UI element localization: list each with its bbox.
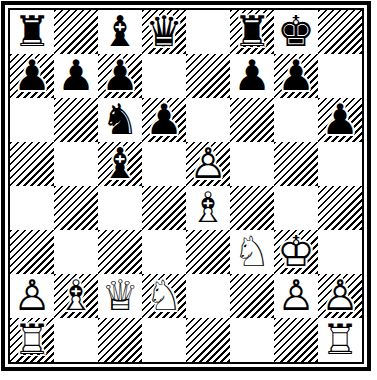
square-f1[interactable] [230,318,274,362]
white-piece-outline-glyph: ♖ [10,318,54,362]
square-b6[interactable] [54,98,98,142]
square-e2[interactable] [186,274,230,318]
white-knight-d2[interactable]: ♞♘ [142,274,186,318]
black-piece-glyph: ♝ [98,142,142,186]
white-queen-c2[interactable]: ♛♕ [98,274,142,318]
square-d8[interactable]: ♛ [142,10,186,54]
square-a8[interactable]: ♜ [10,10,54,54]
black-pawn-h6[interactable]: ♟ [318,98,362,142]
square-h1[interactable]: ♜♖ [318,318,362,362]
square-f4[interactable] [230,186,274,230]
square-e3[interactable] [186,230,230,274]
square-b4[interactable] [54,186,98,230]
square-a7[interactable]: ♟ [10,54,54,98]
black-piece-glyph: ♜ [10,10,54,54]
square-h5[interactable] [318,142,362,186]
white-piece-outline-glyph: ♗ [54,274,98,318]
square-a4[interactable] [10,186,54,230]
black-pawn-f7[interactable]: ♟ [230,54,274,98]
black-piece-glyph: ♛ [142,10,186,54]
board-inner-border: ♜♝♛♜♚♟♟♟♟♟♞♟♟♝♟♙♝♗♞♘♚♔♟♙♝♗♛♕♞♘♟♙♟♙♜♖♜♖ [8,8,364,364]
white-king-g3[interactable]: ♚♔ [274,230,318,274]
white-piece-outline-glyph: ♗ [186,186,230,230]
square-c3[interactable] [98,230,142,274]
square-e8[interactable] [186,10,230,54]
black-piece-glyph: ♟ [54,54,98,98]
square-b3[interactable] [54,230,98,274]
square-c2[interactable]: ♛♕ [98,274,142,318]
white-pawn-e5[interactable]: ♟♙ [186,142,230,186]
chess-diagram: ♜♝♛♜♚♟♟♟♟♟♞♟♟♝♟♙♝♗♞♘♚♔♟♙♝♗♛♕♞♘♟♙♟♙♜♖♜♖ [1,1,371,371]
white-piece-outline-glyph: ♙ [274,274,318,318]
square-f2[interactable] [230,274,274,318]
square-d4[interactable] [142,186,186,230]
square-d1[interactable] [142,318,186,362]
black-knight-c6[interactable]: ♞ [98,98,142,142]
square-b1[interactable] [54,318,98,362]
square-c6[interactable]: ♞ [98,98,142,142]
square-c4[interactable] [98,186,142,230]
black-pawn-b7[interactable]: ♟ [54,54,98,98]
black-piece-glyph: ♟ [10,54,54,98]
white-piece-outline-glyph: ♙ [186,142,230,186]
white-bishop-b2[interactable]: ♝♗ [54,274,98,318]
black-pawn-a7[interactable]: ♟ [10,54,54,98]
square-d2[interactable]: ♞♘ [142,274,186,318]
white-piece-outline-glyph: ♙ [10,274,54,318]
black-piece-glyph: ♝ [98,10,142,54]
square-g7[interactable]: ♟ [274,54,318,98]
chess-board: ♜♝♛♜♚♟♟♟♟♟♞♟♟♝♟♙♝♗♞♘♚♔♟♙♝♗♛♕♞♘♟♙♟♙♜♖♜♖ [10,10,362,362]
board-frame: ♜♝♛♜♚♟♟♟♟♟♞♟♟♝♟♙♝♗♞♘♚♔♟♙♝♗♛♕♞♘♟♙♟♙♜♖♜♖ [1,1,371,371]
square-c5[interactable]: ♝ [98,142,142,186]
square-h6[interactable]: ♟ [318,98,362,142]
white-pawn-g2[interactable]: ♟♙ [274,274,318,318]
white-rook-h1[interactable]: ♜♖ [318,318,362,362]
square-e1[interactable] [186,318,230,362]
square-d3[interactable] [142,230,186,274]
square-c7[interactable]: ♟ [98,54,142,98]
square-f5[interactable] [230,142,274,186]
black-piece-glyph: ♟ [98,54,142,98]
black-queen-d8[interactable]: ♛ [142,10,186,54]
white-piece-outline-glyph: ♙ [318,274,362,318]
square-h2[interactable]: ♟♙ [318,274,362,318]
black-piece-glyph: ♟ [142,98,186,142]
square-b8[interactable] [54,10,98,54]
square-a1[interactable]: ♜♖ [10,318,54,362]
square-d5[interactable] [142,142,186,186]
black-pawn-d6[interactable]: ♟ [142,98,186,142]
square-g1[interactable] [274,318,318,362]
black-bishop-c8[interactable]: ♝ [98,10,142,54]
square-e6[interactable] [186,98,230,142]
black-piece-glyph: ♚ [274,10,318,54]
square-a5[interactable] [10,142,54,186]
square-f3[interactable]: ♞♘ [230,230,274,274]
square-d6[interactable]: ♟ [142,98,186,142]
square-g2[interactable]: ♟♙ [274,274,318,318]
square-g8[interactable]: ♚ [274,10,318,54]
square-g6[interactable] [274,98,318,142]
square-g4[interactable] [274,186,318,230]
square-f6[interactable] [230,98,274,142]
square-g3[interactable]: ♚♔ [274,230,318,274]
white-piece-outline-glyph: ♖ [318,318,362,362]
black-pawn-c7[interactable]: ♟ [98,54,142,98]
square-c8[interactable]: ♝ [98,10,142,54]
square-d7[interactable] [142,54,186,98]
black-piece-glyph: ♜ [230,10,274,54]
square-h3[interactable] [318,230,362,274]
black-piece-glyph: ♟ [274,54,318,98]
black-piece-glyph: ♟ [230,54,274,98]
black-bishop-c5[interactable]: ♝ [98,142,142,186]
white-bishop-e4[interactable]: ♝♗ [186,186,230,230]
square-b5[interactable] [54,142,98,186]
white-pawn-h2[interactable]: ♟♙ [318,274,362,318]
square-f8[interactable]: ♜ [230,10,274,54]
black-rook-f8[interactable]: ♜ [230,10,274,54]
white-piece-outline-glyph: ♘ [230,230,274,274]
black-rook-a8[interactable]: ♜ [10,10,54,54]
square-e7[interactable] [186,54,230,98]
square-g5[interactable] [274,142,318,186]
square-b2[interactable]: ♝♗ [54,274,98,318]
square-a6[interactable] [10,98,54,142]
square-h7[interactable] [318,54,362,98]
black-piece-glyph: ♟ [318,98,362,142]
square-c1[interactable] [98,318,142,362]
square-a3[interactable] [10,230,54,274]
white-piece-outline-glyph: ♕ [98,274,142,318]
square-b7[interactable]: ♟ [54,54,98,98]
square-a2[interactable]: ♟♙ [10,274,54,318]
white-piece-outline-glyph: ♘ [142,274,186,318]
black-pawn-g7[interactable]: ♟ [274,54,318,98]
square-h8[interactable] [318,10,362,54]
black-piece-glyph: ♞ [98,98,142,142]
black-king-g8[interactable]: ♚ [274,10,318,54]
white-knight-f3[interactable]: ♞♘ [230,230,274,274]
white-pawn-a2[interactable]: ♟♙ [10,274,54,318]
white-rook-a1[interactable]: ♜♖ [10,318,54,362]
square-h4[interactable] [318,186,362,230]
white-piece-outline-glyph: ♔ [274,230,318,274]
square-f7[interactable]: ♟ [230,54,274,98]
square-e4[interactable]: ♝♗ [186,186,230,230]
square-e5[interactable]: ♟♙ [186,142,230,186]
